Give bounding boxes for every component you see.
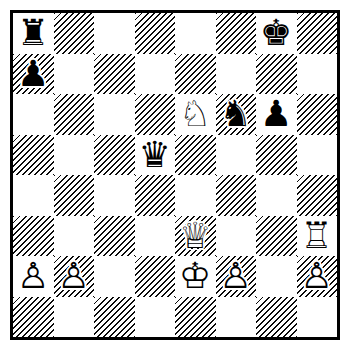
square-f4[interactable]: [216, 175, 257, 216]
square-b7[interactable]: [54, 54, 95, 95]
square-h7[interactable]: [297, 54, 338, 95]
square-c7[interactable]: [94, 54, 135, 95]
piece-glyph: ♜: [13, 13, 54, 54]
chess-board: ♜♜♚♚♟♟♞♘♞♞♟♟♛♛♛♕♜♖♟♙♟♙♚♔♟♙♟♙: [13, 13, 337, 337]
square-a3[interactable]: [13, 216, 54, 257]
white-queen[interactable]: ♛♕: [175, 216, 216, 257]
square-e7[interactable]: [175, 54, 216, 95]
square-c5[interactable]: [94, 135, 135, 176]
square-f6[interactable]: ♞♞: [216, 94, 257, 135]
square-e1[interactable]: [175, 297, 216, 338]
white-rook[interactable]: ♜♖: [297, 216, 338, 257]
piece-glyph: ♙: [54, 256, 95, 297]
square-g2[interactable]: [256, 256, 297, 297]
square-b1[interactable]: [54, 297, 95, 338]
piece-glyph: ♙: [13, 256, 54, 297]
square-g6[interactable]: ♟♟: [256, 94, 297, 135]
square-a6[interactable]: [13, 94, 54, 135]
black-queen[interactable]: ♛♛: [135, 135, 176, 176]
square-e2[interactable]: ♚♔: [175, 256, 216, 297]
square-b5[interactable]: [54, 135, 95, 176]
square-h6[interactable]: [297, 94, 338, 135]
square-b2[interactable]: ♟♙: [54, 256, 95, 297]
piece-glyph: ♙: [297, 256, 338, 297]
chess-diagram-frame: ♜♜♚♚♟♟♞♘♞♞♟♟♛♛♛♕♜♖♟♙♟♙♚♔♟♙♟♙: [10, 10, 340, 340]
square-a1[interactable]: [13, 297, 54, 338]
square-d3[interactable]: [135, 216, 176, 257]
square-d8[interactable]: [135, 13, 176, 54]
square-d6[interactable]: [135, 94, 176, 135]
piece-glyph: ♕: [175, 216, 216, 257]
square-f7[interactable]: [216, 54, 257, 95]
square-c6[interactable]: [94, 94, 135, 135]
square-a2[interactable]: ♟♙: [13, 256, 54, 297]
square-e6[interactable]: ♞♘: [175, 94, 216, 135]
square-d1[interactable]: [135, 297, 176, 338]
white-pawn[interactable]: ♟♙: [297, 256, 338, 297]
square-h3[interactable]: ♜♖: [297, 216, 338, 257]
black-knight[interactable]: ♞♞: [216, 94, 257, 135]
piece-glyph: ♖: [297, 216, 338, 257]
square-f5[interactable]: [216, 135, 257, 176]
square-h2[interactable]: ♟♙: [297, 256, 338, 297]
piece-glyph: ♛: [135, 135, 176, 176]
square-f8[interactable]: [216, 13, 257, 54]
piece-glyph: ♘: [175, 94, 216, 135]
square-e3[interactable]: ♛♕: [175, 216, 216, 257]
square-g7[interactable]: [256, 54, 297, 95]
square-f3[interactable]: [216, 216, 257, 257]
square-a5[interactable]: [13, 135, 54, 176]
square-e5[interactable]: [175, 135, 216, 176]
square-g4[interactable]: [256, 175, 297, 216]
piece-glyph: ♔: [175, 256, 216, 297]
square-a7[interactable]: ♟♟: [13, 54, 54, 95]
square-a8[interactable]: ♜♜: [13, 13, 54, 54]
square-g5[interactable]: [256, 135, 297, 176]
square-d5[interactable]: ♛♛: [135, 135, 176, 176]
square-g3[interactable]: [256, 216, 297, 257]
square-d7[interactable]: [135, 54, 176, 95]
square-c2[interactable]: [94, 256, 135, 297]
square-g1[interactable]: [256, 297, 297, 338]
black-rook[interactable]: ♜♜: [13, 13, 54, 54]
piece-glyph: ♙: [216, 256, 257, 297]
piece-glyph: ♚: [256, 13, 297, 54]
square-c1[interactable]: [94, 297, 135, 338]
square-b4[interactable]: [54, 175, 95, 216]
square-b3[interactable]: [54, 216, 95, 257]
black-pawn[interactable]: ♟♟: [13, 54, 54, 95]
square-f2[interactable]: ♟♙: [216, 256, 257, 297]
piece-glyph: ♟: [13, 54, 54, 95]
square-d4[interactable]: [135, 175, 176, 216]
square-f1[interactable]: [216, 297, 257, 338]
square-c4[interactable]: [94, 175, 135, 216]
square-h8[interactable]: [297, 13, 338, 54]
square-h1[interactable]: [297, 297, 338, 338]
white-king[interactable]: ♚♔: [175, 256, 216, 297]
white-knight[interactable]: ♞♘: [175, 94, 216, 135]
square-h4[interactable]: [297, 175, 338, 216]
piece-glyph: ♞: [216, 94, 257, 135]
square-h5[interactable]: [297, 135, 338, 176]
black-king[interactable]: ♚♚: [256, 13, 297, 54]
white-pawn[interactable]: ♟♙: [216, 256, 257, 297]
square-g8[interactable]: ♚♚: [256, 13, 297, 54]
piece-glyph: ♟: [256, 94, 297, 135]
black-pawn[interactable]: ♟♟: [256, 94, 297, 135]
white-pawn[interactable]: ♟♙: [13, 256, 54, 297]
square-c8[interactable]: [94, 13, 135, 54]
square-e8[interactable]: [175, 13, 216, 54]
square-b8[interactable]: [54, 13, 95, 54]
square-a4[interactable]: [13, 175, 54, 216]
square-b6[interactable]: [54, 94, 95, 135]
white-pawn[interactable]: ♟♙: [54, 256, 95, 297]
square-e4[interactable]: [175, 175, 216, 216]
square-c3[interactable]: [94, 216, 135, 257]
square-d2[interactable]: [135, 256, 176, 297]
